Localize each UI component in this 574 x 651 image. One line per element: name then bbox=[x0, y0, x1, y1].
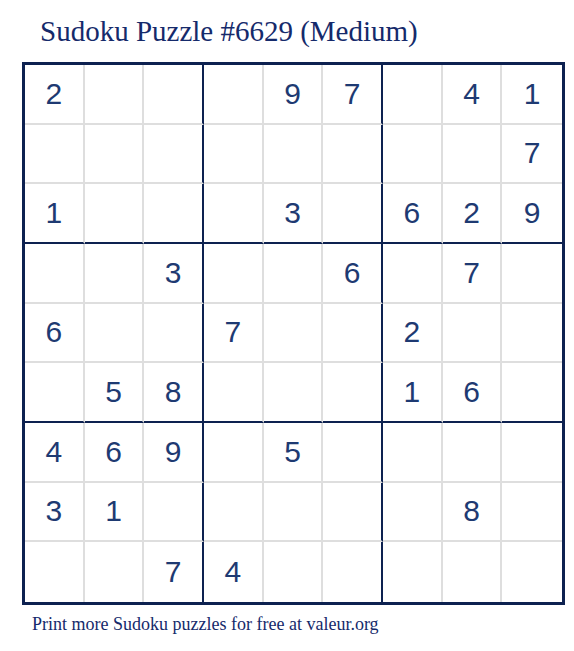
cell-r8c8: 8 bbox=[443, 483, 503, 543]
cell-r4c9 bbox=[502, 244, 562, 304]
cell-r4c4 bbox=[204, 244, 264, 304]
footer-text: Print more Sudoku puzzles for free at va… bbox=[32, 612, 379, 636]
cell-r2c9: 7 bbox=[502, 125, 562, 185]
cell-r6c8: 6 bbox=[443, 363, 503, 423]
sudoku-board: 297417136293676725816469531874 bbox=[22, 62, 565, 605]
cell-r6c2: 5 bbox=[85, 363, 145, 423]
cell-r1c5: 9 bbox=[264, 65, 324, 125]
cell-r7c5: 5 bbox=[264, 423, 324, 483]
cell-r5c6 bbox=[323, 304, 383, 364]
cell-r3c2 bbox=[85, 184, 145, 244]
cell-r8c5 bbox=[264, 483, 324, 543]
cell-r6c6 bbox=[323, 363, 383, 423]
cell-r3c9: 9 bbox=[502, 184, 562, 244]
cell-r4c2 bbox=[85, 244, 145, 304]
cell-r6c1 bbox=[25, 363, 85, 423]
cell-r6c4 bbox=[204, 363, 264, 423]
cell-r9c9 bbox=[502, 542, 562, 602]
cell-r3c6 bbox=[323, 184, 383, 244]
cell-r9c2 bbox=[85, 542, 145, 602]
cell-r2c8 bbox=[443, 125, 503, 185]
cell-r5c5 bbox=[264, 304, 324, 364]
cell-r8c2: 1 bbox=[85, 483, 145, 543]
cell-r5c7: 2 bbox=[383, 304, 443, 364]
cell-r7c7 bbox=[383, 423, 443, 483]
cell-r3c3 bbox=[144, 184, 204, 244]
cell-r9c1 bbox=[25, 542, 85, 602]
cell-r5c1: 6 bbox=[25, 304, 85, 364]
cell-r5c3 bbox=[144, 304, 204, 364]
cell-r3c1: 1 bbox=[25, 184, 85, 244]
cell-r7c2: 6 bbox=[85, 423, 145, 483]
cell-r4c6: 6 bbox=[323, 244, 383, 304]
cell-r5c8 bbox=[443, 304, 503, 364]
cell-r1c2 bbox=[85, 65, 145, 125]
cell-r9c4: 4 bbox=[204, 542, 264, 602]
cell-r9c8 bbox=[443, 542, 503, 602]
cell-r1c4 bbox=[204, 65, 264, 125]
cell-r9c3: 7 bbox=[144, 542, 204, 602]
cell-r1c8: 4 bbox=[443, 65, 503, 125]
cell-r7c4 bbox=[204, 423, 264, 483]
cell-r5c9 bbox=[502, 304, 562, 364]
cell-r4c7 bbox=[383, 244, 443, 304]
cell-r6c3: 8 bbox=[144, 363, 204, 423]
cell-r4c3: 3 bbox=[144, 244, 204, 304]
cell-r2c6 bbox=[323, 125, 383, 185]
cell-r5c2 bbox=[85, 304, 145, 364]
cell-r5c4: 7 bbox=[204, 304, 264, 364]
cell-r3c7: 6 bbox=[383, 184, 443, 244]
cell-r8c1: 3 bbox=[25, 483, 85, 543]
cell-r1c6: 7 bbox=[323, 65, 383, 125]
cell-r3c8: 2 bbox=[443, 184, 503, 244]
cell-r6c9 bbox=[502, 363, 562, 423]
cell-r7c8 bbox=[443, 423, 503, 483]
cell-r8c3 bbox=[144, 483, 204, 543]
cell-r1c7 bbox=[383, 65, 443, 125]
cell-r8c7 bbox=[383, 483, 443, 543]
cell-r8c6 bbox=[323, 483, 383, 543]
cell-r4c1 bbox=[25, 244, 85, 304]
cell-r8c4 bbox=[204, 483, 264, 543]
cell-r4c5 bbox=[264, 244, 324, 304]
cell-r8c9 bbox=[502, 483, 562, 543]
cell-r3c4 bbox=[204, 184, 264, 244]
cell-r1c1: 2 bbox=[25, 65, 85, 125]
cell-r7c6 bbox=[323, 423, 383, 483]
cell-r4c8: 7 bbox=[443, 244, 503, 304]
cell-r9c5 bbox=[264, 542, 324, 602]
cell-r6c5 bbox=[264, 363, 324, 423]
cell-r7c1: 4 bbox=[25, 423, 85, 483]
sudoku-page: Sudoku Puzzle #6629 (Medium) 29741713629… bbox=[0, 0, 574, 651]
cell-r1c9: 1 bbox=[502, 65, 562, 125]
cell-r7c3: 9 bbox=[144, 423, 204, 483]
cell-r2c7 bbox=[383, 125, 443, 185]
cell-r2c1 bbox=[25, 125, 85, 185]
cell-r2c2 bbox=[85, 125, 145, 185]
page-title: Sudoku Puzzle #6629 (Medium) bbox=[40, 13, 418, 49]
cell-r2c3 bbox=[144, 125, 204, 185]
cell-r2c5 bbox=[264, 125, 324, 185]
cell-r6c7: 1 bbox=[383, 363, 443, 423]
cell-r3c5: 3 bbox=[264, 184, 324, 244]
cell-r9c7 bbox=[383, 542, 443, 602]
cell-r1c3 bbox=[144, 65, 204, 125]
cell-r2c4 bbox=[204, 125, 264, 185]
cell-r7c9 bbox=[502, 423, 562, 483]
cell-r9c6 bbox=[323, 542, 383, 602]
